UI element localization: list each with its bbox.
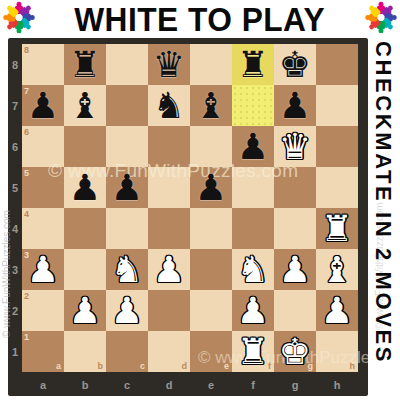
square-b8: ♜ (64, 44, 106, 85)
square-file-label: c (140, 361, 145, 371)
square-g2 (274, 290, 316, 331)
frame-rank-label: 4 (8, 208, 22, 249)
square-rank-label: 2 (24, 291, 29, 301)
square-file-label: b (98, 361, 104, 371)
square-c2: ♟ (106, 290, 148, 331)
square-e8 (190, 44, 232, 85)
frame-file-label: a (22, 374, 64, 396)
white-king-g1: ♚ (279, 334, 311, 370)
square-a2: 2 (22, 290, 64, 331)
puzzle-pieces-icon (2, 1, 36, 34)
square-g1: g♚ (274, 331, 316, 372)
square-a3: 3♟ (22, 249, 64, 290)
white-rook-f1: ♜ (237, 334, 269, 370)
square-d4 (148, 208, 190, 249)
white-pawn-f2: ♟ (237, 293, 269, 329)
square-file-label: h (350, 361, 356, 371)
square-h7 (316, 85, 358, 126)
square-c5: ♟ (106, 167, 148, 208)
frame-rank-label: 3 (8, 249, 22, 290)
square-file-label: d (182, 361, 188, 371)
square-g7: ♟ (274, 85, 316, 126)
square-f3: ♞ (232, 249, 274, 290)
square-g5 (274, 167, 316, 208)
frame-file-label: c (106, 374, 148, 396)
square-g3: ♟ (274, 249, 316, 290)
square-b2: ♟ (64, 290, 106, 331)
black-pawn-b5: ♟ (69, 170, 101, 206)
square-c3: ♞ (106, 249, 148, 290)
black-rook-f8: ♜ (237, 47, 269, 83)
square-c7 (106, 85, 148, 126)
white-pawn-b2: ♟ (69, 293, 101, 329)
header: WHITE TO PLAY (0, 0, 400, 38)
square-c1: c (106, 331, 148, 372)
square-e2 (190, 290, 232, 331)
square-a7: 7♟ (22, 85, 64, 126)
black-pawn-f6: ♟ (237, 129, 269, 165)
white-bishop-h3: ♝ (321, 252, 353, 288)
square-d2 (148, 290, 190, 331)
white-pawn-c2: ♟ (111, 293, 143, 329)
square-d7: ♞ (148, 85, 190, 126)
frame-file-label: f (232, 374, 274, 396)
square-h3: ♝ (316, 249, 358, 290)
black-pawn-e5: ♟ (195, 170, 227, 206)
black-pawn-c5: ♟ (111, 170, 143, 206)
board-frame: 87654321 8♜♛♜♚7♟♝♞♝♟6♟♛5♟♟♟4♜3♟♞♟♞♟♝2♟♟♟… (8, 38, 368, 396)
square-e7: ♝ (190, 85, 232, 126)
square-h4: ♜ (316, 208, 358, 249)
square-a5: 5 (22, 167, 64, 208)
white-pawn-g3: ♟ (279, 252, 311, 288)
square-c4 (106, 208, 148, 249)
frame-file-label: d (148, 374, 190, 396)
black-pawn-g7: ♟ (279, 88, 311, 124)
square-a6: 6 (22, 126, 64, 167)
frame-rank-label: 5 (8, 167, 22, 208)
banner-text: CHECKMATE IN 2 MOVES (370, 41, 396, 364)
square-g8: ♚ (274, 44, 316, 85)
square-f8: ♜ (232, 44, 274, 85)
square-e6 (190, 126, 232, 167)
square-a4: 4 (22, 208, 64, 249)
puzzle-pieces-icon (364, 1, 398, 34)
frame-file-label: g (274, 374, 316, 396)
square-f6: ♟ (232, 126, 274, 167)
square-file-label: e (224, 361, 229, 371)
square-c6 (106, 126, 148, 167)
frame-file-label: h (316, 374, 358, 396)
square-b5: ♟ (64, 167, 106, 208)
square-e1: e (190, 331, 232, 372)
square-g6: ♛ (274, 126, 316, 167)
black-knight-d7: ♞ (153, 88, 185, 124)
square-d5 (148, 167, 190, 208)
square-h1: h (316, 331, 358, 372)
square-rank-label: 5 (24, 168, 29, 178)
frame-rank-label: 7 (8, 85, 22, 126)
square-b6 (64, 126, 106, 167)
black-king-g8: ♚ (279, 47, 311, 83)
black-bishop-b7: ♝ (69, 88, 101, 124)
square-f1: f♜ (232, 331, 274, 372)
square-f4 (232, 208, 274, 249)
square-a8: 8 (22, 44, 64, 85)
black-bishop-e7: ♝ (195, 88, 227, 124)
square-file-label: a (56, 361, 61, 371)
square-d6 (148, 126, 190, 167)
square-f2: ♟ (232, 290, 274, 331)
square-a1: 1a (22, 331, 64, 372)
square-e4 (190, 208, 232, 249)
frame-rank-labels: 87654321 (8, 44, 22, 372)
white-pawn-d3: ♟ (153, 252, 185, 288)
square-h5 (316, 167, 358, 208)
square-b7: ♝ (64, 85, 106, 126)
frame-rank-label: 6 (8, 126, 22, 167)
square-rank-label: 8 (24, 45, 29, 55)
square-e5: ♟ (190, 167, 232, 208)
white-knight-f3: ♞ (237, 252, 269, 288)
square-f7 (232, 85, 274, 126)
frame-file-label: e (190, 374, 232, 396)
square-rank-label: 4 (24, 209, 29, 219)
frame-rank-label: 2 (8, 290, 22, 331)
black-rook-b8: ♜ (69, 47, 101, 83)
square-h2: ♟ (316, 290, 358, 331)
frame-file-labels: abcdefgh (22, 374, 358, 396)
square-b4 (64, 208, 106, 249)
square-d3: ♟ (148, 249, 190, 290)
square-d1: d (148, 331, 190, 372)
frame-rank-label: 1 (8, 331, 22, 372)
white-pawn-h2: ♟ (321, 293, 353, 329)
square-b1: b (64, 331, 106, 372)
frame-rank-label: 8 (8, 44, 22, 85)
white-knight-c3: ♞ (111, 252, 143, 288)
square-e3 (190, 249, 232, 290)
square-rank-label: 6 (24, 127, 29, 137)
white-pawn-a3: ♟ (27, 252, 59, 288)
side-banner: CHECKMATE IN 2 MOVES (368, 38, 400, 400)
chess-board: 8♜♛♜♚7♟♝♞♝♟6♟♛5♟♟♟4♜3♟♞♟♞♟♝2♟♟♟♟1abcdef♜… (22, 44, 358, 372)
square-rank-label: 1 (24, 332, 29, 342)
square-h8 (316, 44, 358, 85)
square-f5 (232, 167, 274, 208)
square-h6 (316, 126, 358, 167)
white-rook-h4: ♜ (321, 211, 353, 247)
page-title: WHITE TO PLAY (75, 3, 326, 36)
black-pawn-a7: ♟ (27, 88, 59, 124)
black-queen-d8: ♛ (153, 47, 185, 83)
chess-puzzle-image: WHITE TO PLAY 87654321 8♜♛♜♚7♟♝♞♝♟6♟♛5♟♟… (0, 0, 400, 400)
square-c8 (106, 44, 148, 85)
square-b3 (64, 249, 106, 290)
white-queen-g6: ♛ (279, 129, 311, 165)
square-d8: ♛ (148, 44, 190, 85)
frame-file-label: b (64, 374, 106, 396)
square-g4 (274, 208, 316, 249)
